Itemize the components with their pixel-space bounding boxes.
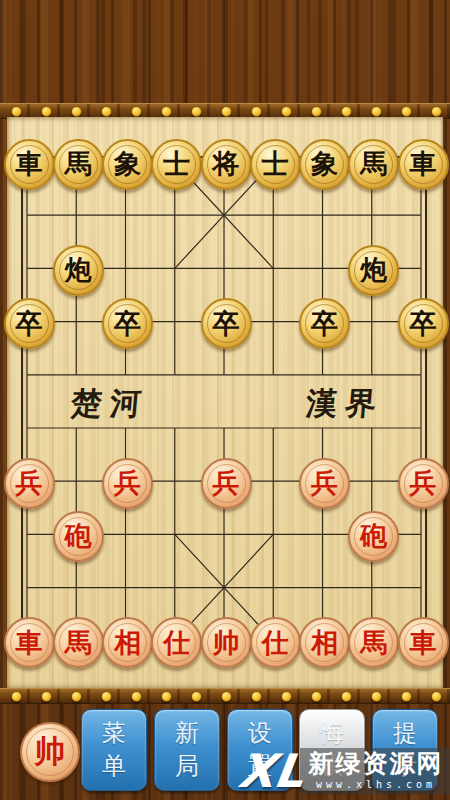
board-piece-兵[interactable]: 兵 — [398, 458, 449, 509]
board-piece-卒[interactable]: 卒 — [299, 298, 350, 349]
board-frame-bottom — [0, 688, 450, 704]
stud-icon — [221, 691, 232, 702]
board-piece-相[interactable]: 相 — [102, 617, 153, 668]
stud-icon — [41, 691, 52, 702]
board-piece-相[interactable]: 相 — [299, 617, 350, 668]
board-piece-士[interactable]: 士 — [151, 139, 202, 190]
stud-icon — [371, 106, 382, 117]
board-piece-車[interactable]: 車 — [4, 139, 55, 190]
button-label-char: 悔 — [320, 717, 344, 750]
stud-icon — [401, 106, 412, 117]
stud-icon — [221, 106, 232, 117]
button-label-char: 菜 — [102, 717, 126, 750]
board-grid-lines — [7, 117, 443, 688]
stud-icon — [11, 106, 22, 117]
board-piece-卒[interactable]: 卒 — [102, 298, 153, 349]
hint-button[interactable]: 提示 — [372, 709, 438, 791]
stud-icon — [431, 106, 442, 117]
button-label-char: 设 — [248, 717, 272, 750]
board-piece-卒[interactable]: 卒 — [398, 298, 449, 349]
board-piece-兵[interactable]: 兵 — [299, 458, 350, 509]
stud-icon — [101, 691, 112, 702]
button-label-char: 示 — [393, 750, 417, 783]
board-piece-砲[interactable]: 砲 — [53, 511, 104, 562]
button-label-char: 棋 — [320, 750, 344, 783]
stud-icon — [161, 106, 172, 117]
stud-icon — [341, 106, 352, 117]
turn-indicator-piece: 帅 — [20, 722, 80, 782]
button-label-char: 单 — [102, 750, 126, 783]
stud-icon — [131, 691, 142, 702]
button-label-char: 提 — [393, 717, 417, 750]
stud-icon — [191, 106, 202, 117]
stud-icon — [281, 691, 292, 702]
stud-icon — [71, 106, 82, 117]
xiangqi-board[interactable]: 楚河 漢界 車馬象士将士象馬車炮炮卒卒卒卒卒兵兵兵兵兵砲砲車馬相仕帅仕相馬車 — [7, 117, 443, 688]
stud-icon — [431, 691, 442, 702]
board-piece-兵[interactable]: 兵 — [201, 458, 252, 509]
board-piece-仕[interactable]: 仕 — [250, 617, 301, 668]
board-piece-砲[interactable]: 砲 — [348, 511, 399, 562]
new-game-button[interactable]: 新局 — [154, 709, 220, 791]
menu-button[interactable]: 菜单 — [81, 709, 147, 791]
stud-icon — [251, 691, 262, 702]
stud-icon — [71, 691, 82, 702]
board-piece-馬[interactable]: 馬 — [53, 139, 104, 190]
stud-icon — [371, 691, 382, 702]
stud-icon — [191, 691, 202, 702]
stud-icon — [401, 691, 412, 702]
board-piece-象[interactable]: 象 — [102, 139, 153, 190]
stud-icon — [341, 691, 352, 702]
stud-icon — [161, 691, 172, 702]
board-piece-馬[interactable]: 馬 — [53, 617, 104, 668]
stud-icon — [41, 106, 52, 117]
board-piece-車[interactable]: 車 — [398, 139, 449, 190]
game-screen: 楚河 漢界 車馬象士将士象馬車炮炮卒卒卒卒卒兵兵兵兵兵砲砲車馬相仕帅仕相馬車 帅… — [0, 0, 450, 800]
stud-icon — [281, 106, 292, 117]
board-piece-車[interactable]: 車 — [398, 617, 449, 668]
undo-button[interactable]: 悔棋 — [299, 709, 365, 791]
board-piece-象[interactable]: 象 — [299, 139, 350, 190]
board-piece-卒[interactable]: 卒 — [201, 298, 252, 349]
board-piece-将[interactable]: 将 — [201, 139, 252, 190]
board-piece-炮[interactable]: 炮 — [348, 245, 399, 296]
board-piece-卒[interactable]: 卒 — [4, 298, 55, 349]
button-label-char: 局 — [175, 750, 199, 783]
board-piece-炮[interactable]: 炮 — [53, 245, 104, 296]
stud-icon — [101, 106, 112, 117]
settings-button[interactable]: 设置 — [227, 709, 293, 791]
board-piece-兵[interactable]: 兵 — [4, 458, 55, 509]
board-piece-帅[interactable]: 帅 — [201, 617, 252, 668]
board-piece-車[interactable]: 車 — [4, 617, 55, 668]
stud-icon — [131, 106, 142, 117]
button-label-char: 置 — [248, 750, 272, 783]
stud-icon — [311, 106, 322, 117]
button-label-char: 新 — [175, 717, 199, 750]
stud-icon — [311, 691, 322, 702]
board-piece-兵[interactable]: 兵 — [102, 458, 153, 509]
stud-icon — [251, 106, 262, 117]
board-piece-士[interactable]: 士 — [250, 139, 301, 190]
board-piece-馬[interactable]: 馬 — [348, 139, 399, 190]
stud-icon — [11, 691, 22, 702]
